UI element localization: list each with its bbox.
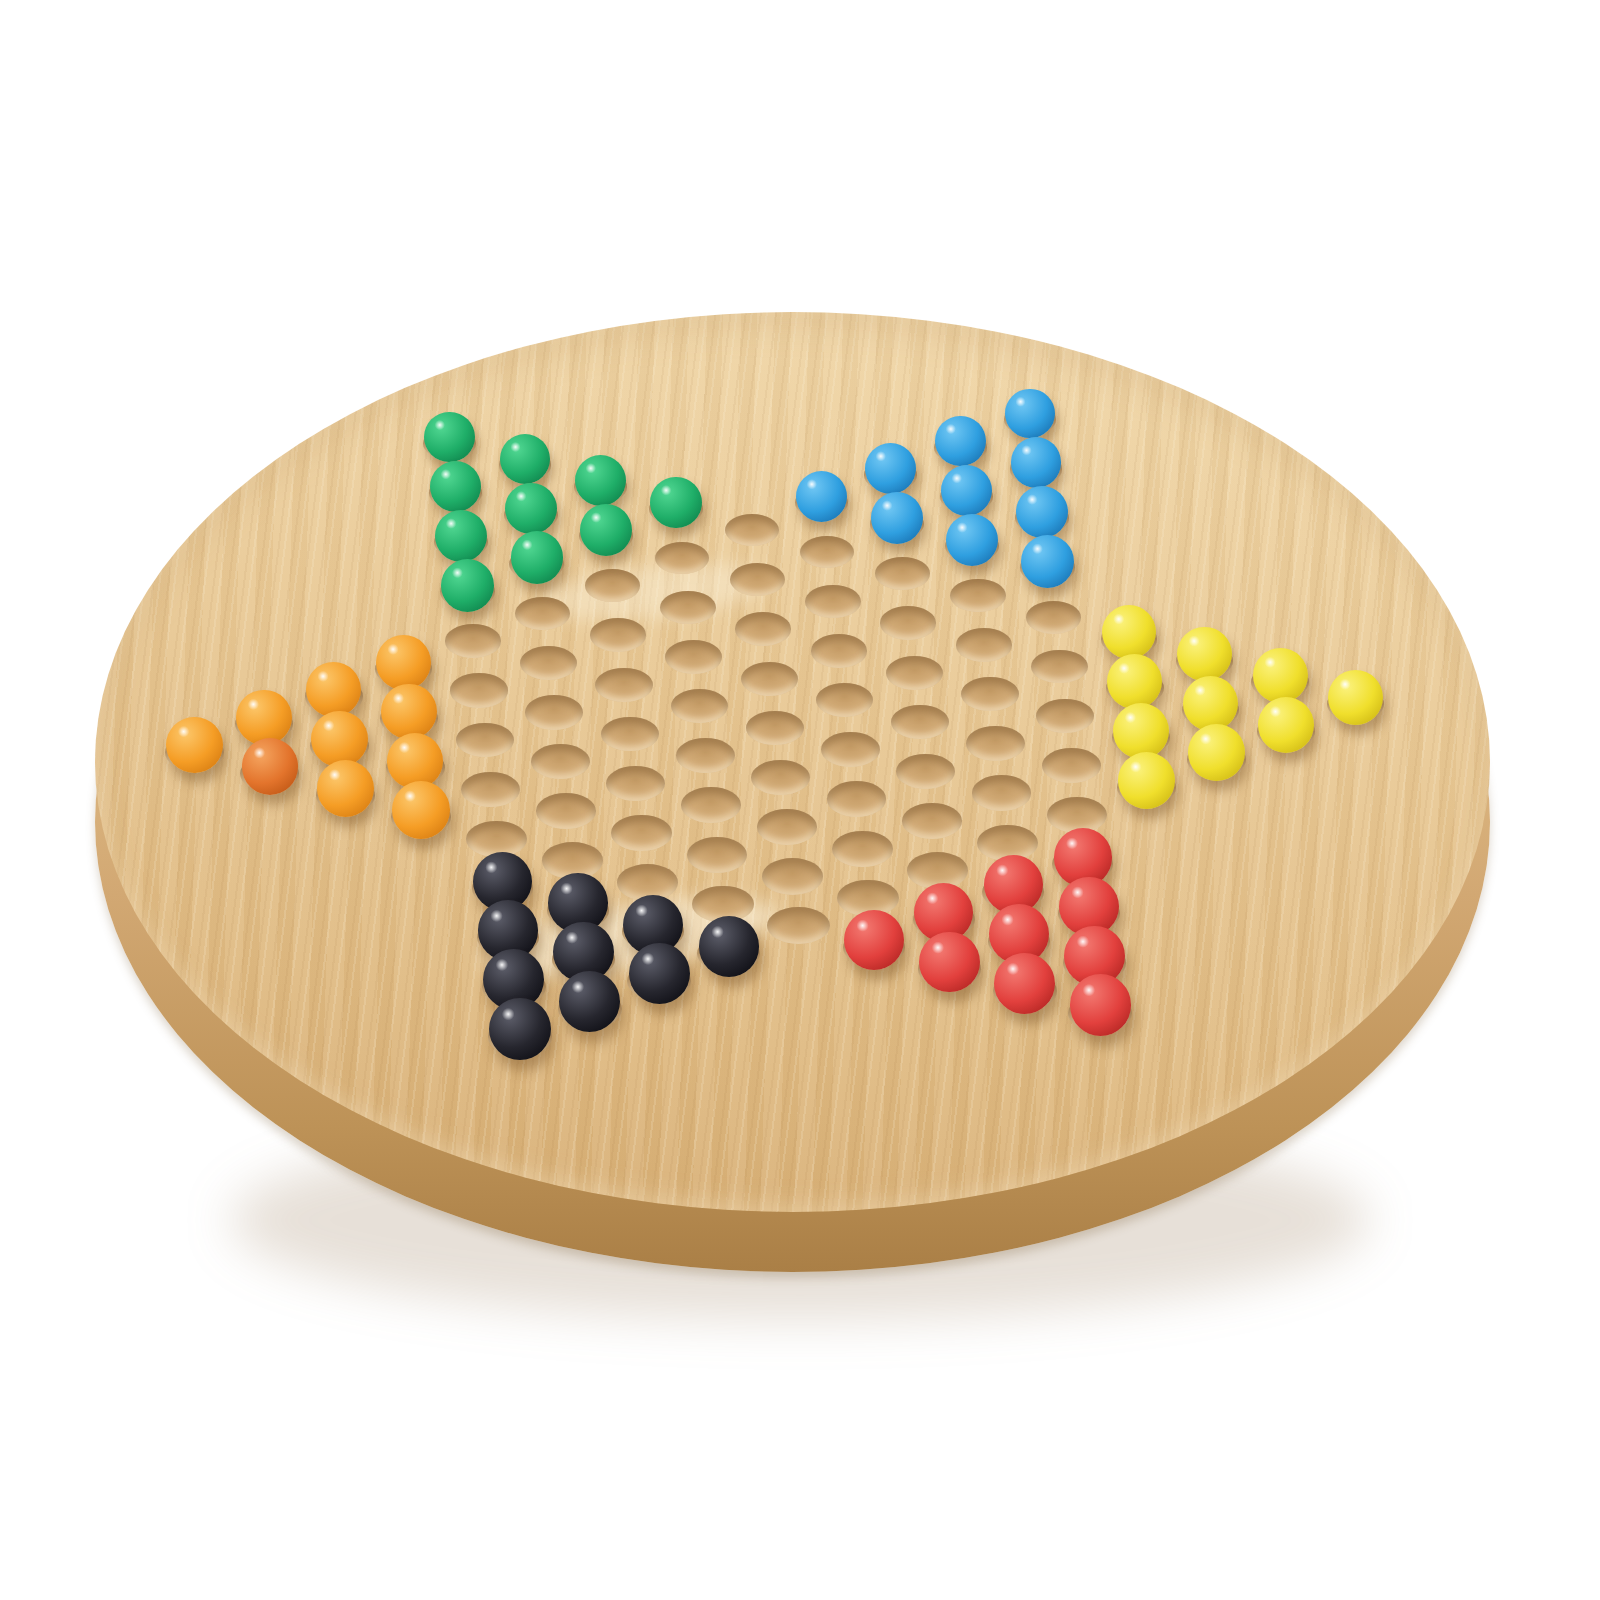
- marble-yellow[interactable]: [1253, 648, 1308, 703]
- marble-orange[interactable]: [306, 662, 361, 717]
- marble-blue[interactable]: [871, 492, 923, 544]
- marble-blue[interactable]: [1005, 389, 1055, 439]
- marble-yellow[interactable]: [1177, 627, 1232, 682]
- marble-green[interactable]: [424, 412, 474, 462]
- marble-green[interactable]: [650, 477, 702, 529]
- marble-green[interactable]: [511, 531, 564, 584]
- marble-green[interactable]: [580, 504, 632, 556]
- marble-red[interactable]: [994, 953, 1055, 1014]
- marble-blue[interactable]: [935, 416, 985, 466]
- marble-blue[interactable]: [946, 514, 998, 566]
- marbles-layer: [0, 0, 1600, 1600]
- marble-yellow[interactable]: [1102, 605, 1156, 659]
- marble-orange[interactable]: [376, 635, 431, 690]
- marble-orange[interactable]: [392, 781, 450, 839]
- marble-orange[interactable]: [236, 690, 292, 746]
- marble-blue[interactable]: [865, 443, 916, 494]
- marble-yellow[interactable]: [1118, 752, 1175, 809]
- marble-red[interactable]: [919, 932, 980, 993]
- scene: [0, 0, 1600, 1600]
- marble-blue[interactable]: [1016, 486, 1068, 538]
- marble-green[interactable]: [500, 434, 551, 485]
- marble-green[interactable]: [575, 455, 626, 506]
- marble-orange[interactable]: [166, 717, 222, 773]
- marble-green[interactable]: [441, 559, 494, 612]
- marble-dark-orange[interactable]: [242, 738, 299, 795]
- marble-orange[interactable]: [317, 760, 374, 817]
- marble-black[interactable]: [559, 971, 621, 1033]
- marble-black[interactable]: [629, 943, 690, 1004]
- marble-blue[interactable]: [1021, 535, 1074, 588]
- marble-red[interactable]: [1070, 974, 1132, 1036]
- marble-blue[interactable]: [941, 465, 992, 516]
- marble-red[interactable]: [844, 910, 904, 970]
- marble-blue[interactable]: [796, 471, 848, 523]
- marble-green[interactable]: [435, 510, 487, 562]
- marble-yellow[interactable]: [1188, 724, 1245, 781]
- marble-yellow[interactable]: [1258, 697, 1314, 753]
- marble-blue[interactable]: [1011, 437, 1062, 488]
- marble-black[interactable]: [699, 916, 760, 977]
- marble-yellow[interactable]: [1107, 654, 1162, 709]
- marble-black[interactable]: [489, 998, 551, 1060]
- marble-green[interactable]: [505, 483, 557, 535]
- marble-yellow[interactable]: [1328, 670, 1384, 726]
- marble-yellow[interactable]: [1113, 703, 1169, 759]
- marble-orange[interactable]: [381, 684, 437, 740]
- marble-green[interactable]: [430, 461, 481, 512]
- marble-yellow[interactable]: [1183, 676, 1239, 732]
- marble-orange[interactable]: [311, 711, 367, 767]
